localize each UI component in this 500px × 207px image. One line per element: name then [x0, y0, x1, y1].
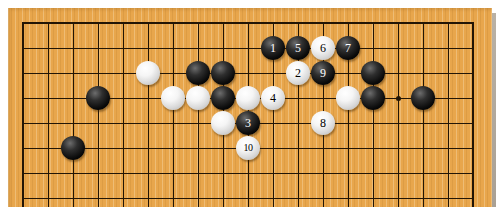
move-4-white-stone: 4	[261, 86, 285, 110]
white-stone	[136, 61, 160, 85]
grid-line-horizontal	[22, 73, 474, 74]
grid-line-vertical	[472, 22, 474, 207]
black-stone	[186, 61, 210, 85]
move-1-black-stone: 1	[261, 36, 285, 60]
black-stone	[361, 86, 385, 110]
white-stone	[211, 111, 235, 135]
black-stone	[86, 86, 110, 110]
move-5-black-stone: 5	[286, 36, 310, 60]
grid-line-vertical	[173, 22, 174, 207]
black-stone	[211, 61, 235, 85]
grid-line-vertical	[423, 22, 424, 207]
grid-line-vertical	[73, 22, 74, 207]
go-diagram: 15672943810	[0, 0, 500, 207]
grid-line-vertical	[148, 22, 149, 207]
board-drop-shadow	[492, 13, 496, 207]
move-9-black-stone: 9	[311, 61, 335, 85]
white-stone	[236, 86, 260, 110]
grid-line-vertical	[448, 22, 449, 207]
black-stone	[361, 61, 385, 85]
move-3-black-stone: 3	[236, 111, 260, 135]
white-stone	[161, 86, 185, 110]
grid-line-horizontal	[22, 48, 474, 49]
white-stone	[186, 86, 210, 110]
go-board[interactable]: 15672943810	[8, 8, 492, 207]
black-stone	[211, 86, 235, 110]
grid-line-vertical	[123, 22, 124, 207]
move-2-white-stone: 2	[286, 61, 310, 85]
grid-line-horizontal	[22, 22, 474, 24]
black-stone	[411, 86, 435, 110]
white-stone	[336, 86, 360, 110]
grid-line-horizontal	[22, 173, 474, 174]
black-stone	[61, 136, 85, 160]
star-point	[396, 96, 401, 101]
grid-line-vertical	[373, 22, 374, 207]
move-6-white-stone: 6	[311, 36, 335, 60]
move-10-white-stone: 10	[236, 136, 260, 160]
grid-line-vertical	[22, 22, 24, 207]
grid-line-vertical	[98, 22, 99, 207]
move-7-black-stone: 7	[336, 36, 360, 60]
grid-line-vertical	[398, 22, 399, 207]
grid-line-vertical	[198, 22, 199, 207]
grid-line-vertical	[48, 22, 49, 207]
grid-line-horizontal	[22, 198, 474, 199]
move-8-white-stone: 8	[311, 111, 335, 135]
